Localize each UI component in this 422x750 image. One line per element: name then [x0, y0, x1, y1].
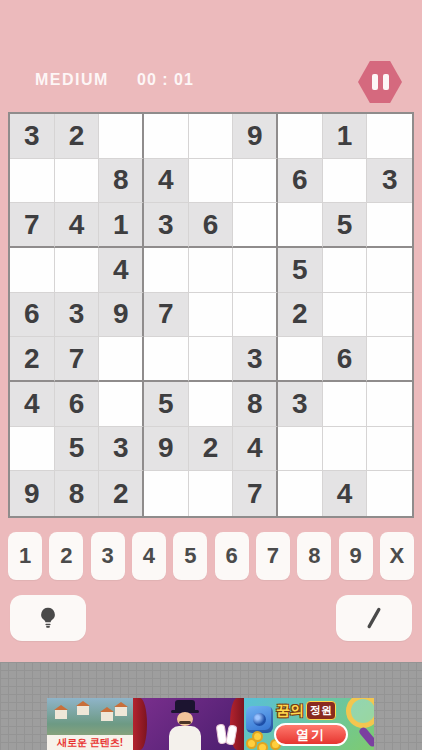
cell-r1c2[interactable]: 2 — [55, 114, 100, 159]
cell-r1c7[interactable] — [278, 114, 323, 159]
cell-r6c6[interactable]: 3 — [233, 337, 278, 382]
cell-r6c9[interactable] — [367, 337, 412, 382]
difficulty-label: MEDIUM — [35, 71, 109, 89]
cell-r2c5[interactable] — [189, 159, 234, 204]
number-pad: 123456789X — [8, 532, 414, 580]
cell-r4c7[interactable]: 5 — [278, 248, 323, 293]
cell-r1c1[interactable]: 3 — [10, 114, 55, 159]
cell-r5c3[interactable]: 9 — [99, 293, 144, 338]
cell-r3c9[interactable] — [367, 203, 412, 248]
pencil-button[interactable] — [336, 595, 412, 641]
cell-r5c5[interactable] — [189, 293, 234, 338]
cell-r2c7[interactable]: 6 — [278, 159, 323, 204]
house-icon — [77, 706, 89, 715]
cell-r3c1[interactable]: 7 — [10, 203, 55, 248]
cell-r4c4[interactable] — [144, 248, 189, 293]
cell-r7c9[interactable] — [367, 382, 412, 427]
cell-r9c2[interactable]: 8 — [55, 471, 100, 516]
cell-r7c6[interactable]: 8 — [233, 382, 278, 427]
pause-icon — [358, 61, 402, 103]
cell-r9c5[interactable] — [189, 471, 234, 516]
cell-r8c3[interactable]: 3 — [99, 427, 144, 472]
cell-r3c6[interactable] — [233, 203, 278, 248]
numpad-key-4[interactable]: 4 — [132, 532, 166, 580]
cell-r8c2[interactable]: 5 — [55, 427, 100, 472]
numpad-key-1[interactable]: 1 — [8, 532, 42, 580]
cell-r4c3[interactable]: 4 — [99, 248, 144, 293]
cell-r4c8[interactable] — [323, 248, 368, 293]
cell-r9c7[interactable] — [278, 471, 323, 516]
cell-r9c1[interactable]: 9 — [10, 471, 55, 516]
cell-r5c8[interactable] — [323, 293, 368, 338]
cell-r7c5[interactable] — [189, 382, 234, 427]
cell-r3c8[interactable]: 5 — [323, 203, 368, 248]
magician-body-icon — [169, 726, 201, 750]
cell-r9c8[interactable]: 4 — [323, 471, 368, 516]
cell-r1c9[interactable] — [367, 114, 412, 159]
cell-r6c7[interactable] — [278, 337, 323, 382]
magnifying-glass-handle — [358, 726, 374, 748]
cell-r9c9[interactable] — [367, 471, 412, 516]
cell-r7c7[interactable]: 3 — [278, 382, 323, 427]
sudoku-board: 3291846374136545639722736465835392498274 — [8, 112, 414, 518]
cell-r3c5[interactable]: 6 — [189, 203, 234, 248]
numpad-key-7[interactable]: 7 — [256, 532, 290, 580]
ad-panel-magician — [133, 698, 244, 750]
cell-r2c8[interactable] — [323, 159, 368, 204]
cell-r2c6[interactable] — [233, 159, 278, 204]
cell-r1c3[interactable] — [99, 114, 144, 159]
cell-r2c9[interactable]: 3 — [367, 159, 412, 204]
cell-r3c3[interactable]: 1 — [99, 203, 144, 248]
cell-r8c4[interactable]: 9 — [144, 427, 189, 472]
cell-r1c6[interactable]: 9 — [233, 114, 278, 159]
cell-r7c4[interactable]: 5 — [144, 382, 189, 427]
cell-r9c4[interactable] — [144, 471, 189, 516]
cell-r7c2[interactable]: 6 — [55, 382, 100, 427]
cell-r8c9[interactable] — [367, 427, 412, 472]
cell-r6c8[interactable]: 6 — [323, 337, 368, 382]
magnifying-glass-icon — [346, 698, 374, 728]
house-icon — [115, 707, 127, 716]
cell-r6c1[interactable]: 2 — [10, 337, 55, 382]
coin-icon — [257, 742, 268, 750]
cell-r4c2[interactable] — [55, 248, 100, 293]
footer-area: 새로운 콘텐츠! 꿈의 — [0, 662, 422, 750]
cell-r2c4[interactable]: 4 — [144, 159, 189, 204]
ad-game-logo: 꿈의 정원 — [276, 701, 336, 720]
timer: 00 : 01 — [137, 71, 194, 89]
cell-r1c8[interactable]: 1 — [323, 114, 368, 159]
cell-r6c2[interactable]: 7 — [55, 337, 100, 382]
cell-r8c6[interactable]: 4 — [233, 427, 278, 472]
ad-caption: 새로운 콘텐츠! — [47, 735, 133, 750]
numpad-key-6[interactable]: 6 — [215, 532, 249, 580]
cell-r4c5[interactable] — [189, 248, 234, 293]
cell-r5c6[interactable] — [233, 293, 278, 338]
cell-r3c2[interactable]: 4 — [55, 203, 100, 248]
house-icon — [55, 710, 67, 719]
ad-panel-garden: 꿈의 정원 열기 — [244, 698, 374, 750]
cell-r5c4[interactable]: 7 — [144, 293, 189, 338]
lightbulb-icon — [35, 605, 61, 631]
ad-banner[interactable]: 새로운 콘텐츠! 꿈의 — [47, 698, 374, 750]
logo-word: 꿈의 — [276, 702, 304, 720]
numpad-key-erase[interactable]: X — [380, 532, 414, 580]
numpad-key-9[interactable]: 9 — [339, 532, 373, 580]
app-screen: MEDIUM 00 : 01 3291846374136545639722736… — [0, 0, 422, 750]
numpad-key-5[interactable]: 5 — [173, 532, 207, 580]
cell-r2c3[interactable]: 8 — [99, 159, 144, 204]
cell-r3c4[interactable]: 3 — [144, 203, 189, 248]
cell-r3c7[interactable] — [278, 203, 323, 248]
cell-r6c4[interactable] — [144, 337, 189, 382]
cell-r1c4[interactable] — [144, 114, 189, 159]
numpad-key-8[interactable]: 8 — [297, 532, 331, 580]
house-icon — [101, 712, 113, 721]
cell-r5c2[interactable]: 3 — [55, 293, 100, 338]
mustache-icon — [179, 721, 191, 724]
cube-lens-icon — [253, 713, 266, 726]
pause-button[interactable] — [358, 61, 402, 103]
cell-r9c6[interactable]: 7 — [233, 471, 278, 516]
cell-r8c7[interactable] — [278, 427, 323, 472]
cell-r8c8[interactable] — [323, 427, 368, 472]
cell-r8c5[interactable]: 2 — [189, 427, 234, 472]
numpad-key-3[interactable]: 3 — [91, 532, 125, 580]
ad-panel-town: 새로운 콘텐츠! — [47, 698, 133, 750]
cell-r4c9[interactable] — [367, 248, 412, 293]
top-hat-icon — [175, 700, 195, 711]
cell-r5c9[interactable] — [367, 293, 412, 338]
coin-icon — [252, 731, 263, 742]
cell-r4c6[interactable] — [233, 248, 278, 293]
cell-r5c7[interactable]: 2 — [278, 293, 323, 338]
cell-r8c1[interactable] — [10, 427, 55, 472]
cell-r7c3[interactable] — [99, 382, 144, 427]
logo-word-badge: 정원 — [306, 701, 336, 720]
cell-r6c3[interactable] — [99, 337, 144, 382]
blue-cube-icon — [246, 706, 273, 733]
cell-r2c1[interactable] — [10, 159, 55, 204]
cell-r2c2[interactable] — [55, 159, 100, 204]
cell-r9c3[interactable]: 2 — [99, 471, 144, 516]
pause-hexagon-badge — [358, 61, 402, 103]
cell-r7c1[interactable]: 4 — [10, 382, 55, 427]
curtain-icon — [133, 698, 147, 750]
pencil-icon — [361, 605, 387, 631]
numpad-key-2[interactable]: 2 — [49, 532, 83, 580]
cell-r1c5[interactable] — [189, 114, 234, 159]
cell-r7c8[interactable] — [323, 382, 368, 427]
cell-r4c1[interactable] — [10, 248, 55, 293]
ad-open-button[interactable]: 열기 — [274, 723, 348, 746]
cell-r6c5[interactable] — [189, 337, 234, 382]
hint-button[interactable] — [10, 595, 86, 641]
cell-r5c1[interactable]: 6 — [10, 293, 55, 338]
